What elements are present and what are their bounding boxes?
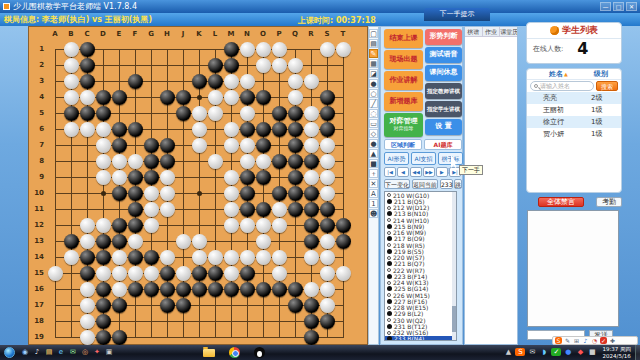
flag-icon[interactable]: ◪ [369, 69, 378, 78]
ie-icon[interactable]: e [56, 347, 66, 358]
white-stone-icon[interactable]: ○ [369, 89, 378, 98]
white-move-dot [387, 268, 391, 272]
sogou-logo-icon[interactable]: S [555, 337, 562, 344]
white-stone-D12 [96, 218, 111, 233]
tab-AI题库[interactable]: AI题库 [424, 139, 462, 150]
next-variation-button[interactable]: 下一变化 [384, 179, 410, 189]
col-label-S: S [319, 30, 335, 38]
taskbar-folder-icon[interactable] [203, 349, 215, 357]
white-stone-R9 [304, 170, 319, 185]
white-stone-M14 [224, 250, 239, 265]
nav-button-1[interactable]: ◀ [397, 167, 409, 177]
button-新增题库[interactable]: 新增题库 [384, 92, 423, 111]
white-stone-C12 [80, 218, 95, 233]
button-设 置[interactable]: 设 置 [425, 119, 462, 135]
black-stone-H8 [160, 154, 175, 169]
letter-icon[interactable]: A [369, 189, 378, 198]
row-label-9: 9 [31, 169, 44, 185]
black-stone-G7 [144, 138, 159, 153]
white-stone-Q3 [288, 74, 303, 89]
black-stone-E13 [112, 234, 127, 249]
black-stone-R8 [304, 154, 319, 169]
mail-icon[interactable]: ✉ [68, 347, 78, 358]
white-stone-S10 [320, 186, 335, 201]
white-stone-M7 [224, 138, 239, 153]
taskbar-qq-icon[interactable] [254, 347, 265, 358]
black-stone-Q8 [288, 154, 303, 169]
skin-icon[interactable]: ◔ [591, 337, 598, 344]
maximize-button[interactable]: □ [613, 2, 624, 11]
triangle-icon[interactable]: ▲ [369, 149, 378, 158]
plus-icon[interactable]: ＋ [369, 169, 378, 178]
black-stone-R17 [304, 298, 319, 313]
button-AI支招[interactable]: AI支招 [411, 152, 436, 165]
black-stone-S6 [320, 122, 335, 137]
white-stone-G11 [144, 202, 159, 217]
edit-pencil-icon[interactable]: ✎ [369, 49, 378, 58]
black-stone-N10 [240, 186, 255, 201]
white-stone-R7 [304, 138, 319, 153]
black-stone-D14 [96, 250, 111, 265]
white-stone-G10 [144, 186, 159, 201]
circle-icon[interactable]: ◌ [369, 109, 378, 118]
keyboard-icon[interactable]: ⊞ [573, 337, 580, 344]
col-label-F: F [127, 30, 143, 38]
app-window: 少儿围棋教学平台老师端 V1.7.8.4 — □ ✕ 棋局信息: 李老师(执白)… [0, 0, 640, 360]
white-stone-H10 [160, 186, 175, 201]
row-label-5: 5 [31, 105, 44, 121]
button-指定教师讲棋[interactable]: 指定教师讲棋 [425, 83, 462, 99]
white-stone-L14 [208, 250, 223, 265]
white-stone-D6 [96, 122, 111, 137]
black-stone-C5 [80, 106, 95, 121]
black-stone-E7 [112, 138, 127, 153]
black-stone-C1 [80, 42, 95, 57]
row-label-1: 1 [31, 41, 44, 57]
taskbar-chrome-icon[interactable] [229, 347, 240, 358]
network-icon[interactable]: ◉ [20, 347, 30, 358]
mute-all-button[interactable]: 全体禁言 [538, 197, 584, 207]
taskbar-clock[interactable]: 19:37 周四 2024/5/16 [602, 346, 631, 359]
black-stone-icon[interactable]: ● [369, 79, 378, 88]
student-list-card: 学生列表 在线人数: 4 [526, 22, 622, 64]
star-point [197, 191, 202, 196]
row-label-2: 2 [31, 57, 44, 73]
column-header-name[interactable]: 姓名 [549, 69, 563, 79]
black-move-dot [387, 249, 392, 254]
minimize-button[interactable]: — [600, 2, 611, 11]
col-label-K: K [191, 30, 207, 38]
white-stone-C4 [80, 90, 95, 105]
student-level: 1级 [591, 117, 602, 127]
tray-av-icon[interactable]: ✓ [551, 348, 561, 356]
nav-button-4[interactable]: ▶ [436, 167, 448, 177]
white-stone-K6 [192, 122, 207, 137]
black-stone-E6 [112, 122, 127, 137]
nav-button-0[interactable]: |◀ [384, 167, 396, 177]
next-move-tooltip: 下一手 [459, 165, 483, 175]
black-stone-R11 [304, 202, 319, 217]
white-stone-R5 [304, 106, 319, 121]
black-move-dot [387, 199, 392, 204]
row-label-3: 3 [31, 73, 44, 89]
button-测试语音[interactable]: 测试语音 [425, 47, 462, 63]
white-stone-F13 [128, 234, 143, 249]
black-stone-N4 [240, 90, 255, 105]
black-stone-F14 [128, 250, 143, 265]
close-button[interactable]: ✕ [626, 2, 637, 11]
col-label-C: C [79, 30, 95, 38]
black-stone-L2 [208, 58, 223, 73]
black-stone-K3 [192, 74, 207, 89]
white-stone-O2 [256, 58, 271, 73]
black-stone-R10 [304, 186, 319, 201]
white-stone-Q4 [288, 90, 303, 105]
black-stone-E17 [112, 298, 127, 313]
white-stone-S8 [320, 154, 335, 169]
black-stone-K15 [192, 266, 207, 281]
control-panel: 结束上课现场出题作业讲解新增题库对弈管理对弈指导 形势判断测试语音课间休息指定教… [380, 26, 463, 345]
tab-棋谱[interactable]: 棋谱 [465, 27, 483, 36]
white-stone-C6 [80, 122, 95, 137]
white-stone-M4 [224, 90, 239, 105]
black-stone-F10 [128, 186, 143, 201]
white-stone-P11 [272, 202, 287, 217]
white-stone-L4 [208, 90, 223, 105]
rect-icon[interactable]: ▭ [369, 119, 378, 128]
row-label-8: 8 [31, 153, 44, 169]
row-label-11: 11 [31, 201, 44, 217]
black-stone-L3 [208, 74, 223, 89]
col-label-H: H [159, 30, 175, 38]
white-stone-C19 [80, 330, 95, 345]
button-作业讲解[interactable]: 作业讲解 [384, 71, 423, 90]
tray-mail-icon[interactable]: ✉ [527, 347, 537, 358]
white-stone-P12 [272, 218, 287, 233]
row-label-15: 15 [31, 265, 44, 281]
black-stone-M2 [224, 58, 239, 73]
white-stone-S17 [320, 298, 335, 313]
badge-icon[interactable]: ✓ [600, 337, 607, 344]
attendance-button[interactable]: 考勤 [596, 197, 622, 207]
student-name: 贾小妍 [543, 129, 577, 139]
white-stone-S9 [320, 170, 335, 185]
white-stone-C16 [80, 282, 95, 297]
white-move-dot [387, 281, 391, 285]
black-stone-T12 [336, 218, 351, 233]
white-stone-N14 [240, 250, 255, 265]
black-stone-D18 [96, 314, 111, 329]
black-stone-J5 [176, 106, 191, 121]
move-number-input[interactable]: 233 [440, 179, 453, 189]
white-stone-H11 [160, 202, 175, 217]
white-stone-B1 [64, 42, 79, 57]
black-stone-N6 [240, 122, 255, 137]
col-label-B: B [63, 30, 79, 38]
white-stone-T1 [336, 42, 351, 57]
board-grid[interactable] [47, 41, 351, 345]
black-move-dot [387, 211, 392, 216]
black-stone-H15 [160, 266, 175, 281]
open-file-icon[interactable]: ▤ [369, 39, 378, 48]
white-stone-P15 [272, 266, 287, 281]
student-level: 2级 [591, 93, 602, 103]
jump-button[interactable]: 跳 [454, 179, 462, 189]
cross-icon[interactable]: ✕ [369, 179, 378, 188]
white-stone-M3 [224, 74, 239, 89]
search-icon [534, 84, 538, 88]
row-label-14: 14 [31, 249, 44, 265]
white-stone-O8 [256, 154, 271, 169]
square-icon[interactable]: ■ [369, 159, 378, 168]
tray-warn-icon[interactable]: ◆ [575, 347, 585, 358]
nav-button-2[interactable]: ◀◀ [410, 167, 422, 177]
app2-icon[interactable]: ✦ [92, 347, 102, 358]
black-stone-S11 [320, 202, 335, 217]
paw-icon [550, 26, 559, 35]
show-desktop-button[interactable] [635, 345, 640, 360]
black-stone-D4 [96, 90, 111, 105]
black-move-dot [387, 274, 392, 279]
col-label-D: D [95, 30, 111, 38]
white-stone-M9 [224, 170, 239, 185]
black-stone-Q10 [288, 186, 303, 201]
nav-button-3[interactable]: ▶▶ [423, 167, 435, 177]
col-label-E: E [111, 30, 127, 38]
white-stone-O14 [256, 250, 271, 265]
white-stone-N5 [240, 106, 255, 121]
student-row-亮亮[interactable]: 亮亮2级 [527, 92, 621, 104]
row-label-7: 7 [31, 137, 44, 153]
back-to-current-button[interactable]: 返回当前 [412, 179, 438, 189]
white-move-dot [387, 218, 391, 222]
row-label-12: 12 [31, 217, 44, 233]
white-stone-N12 [240, 218, 255, 233]
scrollbar-thumb[interactable] [452, 306, 456, 332]
pen-icon[interactable]: ✎ [564, 337, 571, 344]
black-stone-Q16 [288, 282, 303, 297]
white-stone-B4 [64, 90, 79, 105]
black-stone-H17 [160, 298, 175, 313]
ime-toolbar: S✎⊞♪◔✓✚ [552, 336, 638, 345]
tab-作业[interactable]: 作业 [483, 27, 501, 36]
mic-icon[interactable]: ♪ [582, 337, 589, 344]
button-课间休息[interactable]: 课间休息 [425, 65, 462, 81]
col-label-L: L [207, 30, 223, 38]
black-stone-Q7 [288, 138, 303, 153]
explorer-icon[interactable]: ▤ [44, 347, 54, 358]
white-stone-L5 [208, 106, 223, 121]
black-stone-C15 [80, 266, 95, 281]
row-label-10: 10 [31, 185, 44, 201]
student-row-徐立行[interactable]: 徐立行1级 [527, 116, 621, 128]
black-move-dot [387, 286, 392, 291]
white-move-dot [387, 306, 391, 310]
dot-icon[interactable]: ● [369, 139, 378, 148]
settings-icon[interactable]: ✚ [609, 337, 616, 344]
button-指定学生讲棋[interactable]: 指定学生讲棋 [425, 101, 462, 117]
black-stone-N15 [240, 266, 255, 281]
black-stone-O9 [256, 170, 271, 185]
number-icon[interactable]: 1 [369, 199, 378, 208]
white-stone-L8 [208, 154, 223, 169]
white-stone-P1 [272, 42, 287, 57]
black-stone-H4 [160, 90, 175, 105]
col-label-A: A [47, 30, 63, 38]
go-board[interactable]: ABCDEFGHJKLMNOPQRST 12345678910111213141… [28, 26, 368, 345]
black-stone-G8 [144, 154, 159, 169]
student-row-王丽初[interactable]: 王丽初1级 [527, 104, 621, 116]
black-stone-E10 [112, 186, 127, 201]
student-name: 徐立行 [543, 117, 577, 127]
tab-区域判断[interactable]: 区域判断 [384, 139, 422, 150]
white-stone-E9 [112, 170, 127, 185]
black-stone-O16 [256, 282, 271, 297]
black-stone-F6 [128, 122, 143, 137]
tray-expand-icon[interactable]: ▲ [503, 347, 513, 358]
black-stone-O4 [256, 90, 271, 105]
emoji-icon[interactable]: ☻ [369, 209, 378, 218]
white-stone-D7 [96, 138, 111, 153]
col-label-Q: Q [287, 30, 303, 38]
black-stone-F9 [128, 170, 143, 185]
row-label-6: 6 [31, 121, 44, 137]
app1-icon[interactable]: ◎ [80, 347, 90, 358]
col-label-G: G [143, 30, 159, 38]
white-stone-M10 [224, 186, 239, 201]
diamond-icon[interactable]: ◇ [369, 129, 378, 138]
col-label-N: N [239, 30, 255, 38]
black-stone-P5 [272, 106, 287, 121]
tray-bt-icon[interactable]: ◗ [539, 347, 549, 358]
col-label-T: T [335, 30, 351, 38]
white-stone-R3 [304, 74, 319, 89]
tray-sogou-icon[interactable]: S [515, 348, 525, 356]
black-stone-G9 [144, 170, 159, 185]
black-stone-E4 [112, 90, 127, 105]
col-label-J: J [175, 30, 191, 38]
black-stone-P16 [272, 282, 287, 297]
taskbar: ◉♪▤e✉◎✦▣ ▲S✉◗✓●◆■ 19:37 周四 2024/5/16 [0, 345, 640, 360]
white-stone-G12 [144, 218, 159, 233]
move-row-233[interactable]: 233 B(N4) [385, 336, 456, 341]
row-label-17: 17 [31, 297, 44, 313]
black-stone-L16 [208, 282, 223, 297]
button-对弈管理[interactable]: 对弈管理对弈指导 [384, 113, 423, 137]
black-stone-T13 [336, 234, 351, 249]
black-stone-Q5 [288, 106, 303, 121]
white-stone-B3 [64, 74, 79, 89]
button-棋子标注[interactable]: 棋子标注 [438, 152, 463, 165]
black-stone-F16 [128, 282, 143, 297]
black-stone-K16 [192, 282, 207, 297]
app3-icon[interactable]: ▣ [104, 347, 114, 358]
tray-app-icon[interactable]: ■ [587, 347, 597, 358]
row-label-19: 19 [31, 329, 44, 345]
white-stone-E15 [112, 266, 127, 281]
black-stone-O6 [256, 122, 271, 137]
black-stone-E19 [112, 330, 127, 345]
line-icon[interactable]: ╱ [369, 99, 378, 108]
white-stone-N1 [240, 42, 255, 57]
white-stone-R16 [304, 282, 319, 297]
column-header-level[interactable]: 级别 [594, 69, 608, 79]
tray-cloud-icon[interactable]: ● [563, 347, 573, 358]
white-stone-P14 [272, 250, 287, 265]
record-panel: 棋谱作业课堂历史 [464, 26, 518, 345]
black-move-dot [387, 236, 392, 241]
star-point [101, 191, 106, 196]
student-search-input[interactable]: 请输入姓名 [530, 81, 594, 91]
sort-ascending-icon[interactable]: ▲ [564, 71, 568, 77]
black-stone-M16 [224, 282, 239, 297]
hint-window-title: 下一手提示 [424, 8, 490, 21]
white-stone-N3 [240, 74, 255, 89]
white-stone-K5 [192, 106, 207, 121]
button-AI形势[interactable]: AI形势 [384, 152, 409, 165]
move-list-scrollbar[interactable] [452, 192, 456, 340]
white-stone-B2 [64, 58, 79, 73]
black-stone-O11 [256, 202, 271, 217]
student-table-card: 姓名 ▲ 级别 请输入姓名 搜索 亮亮2级王丽初1级徐立行1级贾小妍1级 [526, 68, 622, 193]
student-row-贾小妍[interactable]: 贾小妍1级 [527, 128, 621, 140]
white-stone-F8 [128, 154, 143, 169]
app-icon [3, 3, 10, 10]
black-stone-C3 [80, 74, 95, 89]
button-形势判断[interactable]: 形势判断 [425, 29, 462, 45]
new-board-icon[interactable]: ▢ [369, 29, 378, 38]
black-move-dot [387, 336, 392, 341]
white-stone-J13 [176, 234, 191, 249]
black-stone-R19 [304, 330, 319, 345]
start-button[interactable] [4, 347, 15, 358]
white-stone-J15 [176, 266, 191, 281]
row-label-4: 4 [31, 89, 44, 105]
black-stone-Q6 [288, 122, 303, 137]
student-level: 1级 [591, 105, 602, 115]
white-stone-M12 [224, 218, 239, 233]
white-stone-M6 [224, 122, 239, 137]
black-stone-F12 [128, 218, 143, 233]
move-list[interactable]: 210 W(G10)211 B(Q5)212 W(D12)213 B(N10)2… [384, 191, 457, 341]
black-stone-Q17 [288, 298, 303, 313]
button-结束上课[interactable]: 结束上课 [384, 29, 423, 48]
white-stone-H9 [160, 170, 175, 185]
save-icon[interactable]: ▦ [369, 59, 378, 68]
white-stone-S1 [320, 42, 335, 57]
white-stone-T15 [336, 266, 351, 281]
black-stone-F3 [128, 74, 143, 89]
black-stone-P8 [272, 154, 287, 169]
black-stone-E12 [112, 218, 127, 233]
button-现场出题[interactable]: 现场出题 [384, 50, 423, 69]
black-move-dot [387, 324, 392, 329]
white-stone-G15 [144, 266, 159, 281]
black-stone-N9 [240, 170, 255, 185]
black-stone-R18 [304, 314, 319, 329]
white-move-dot [387, 318, 391, 322]
student-level: 1级 [591, 129, 602, 139]
black-stone-J17 [176, 298, 191, 313]
tab-课堂历史[interactable]: 课堂历史 [500, 27, 517, 36]
black-stone-S18 [320, 314, 335, 329]
volume-icon[interactable]: ♪ [32, 347, 42, 358]
white-stone-M11 [224, 202, 239, 217]
white-move-dot [387, 231, 391, 235]
search-button[interactable]: 搜索 [596, 81, 618, 91]
col-label-R: R [303, 30, 319, 38]
black-stone-D19 [96, 330, 111, 345]
